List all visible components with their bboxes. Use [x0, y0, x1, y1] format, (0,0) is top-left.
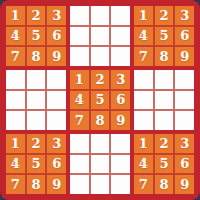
cell-r5-c3[interactable] [47, 91, 66, 110]
cell-r2-c4[interactable] [70, 27, 89, 46]
cell-r8-c9[interactable]: 6 [175, 155, 194, 174]
block-r1-c2 [70, 6, 130, 66]
sudoku-board: 1234567891234567891234567891234567891234… [0, 0, 200, 200]
cell-r9-c8[interactable]: 8 [155, 175, 174, 194]
cell-r4-c4[interactable]: 1 [70, 70, 89, 89]
cell-r6-c5[interactable]: 8 [91, 111, 110, 130]
cell-r2-c5[interactable] [91, 27, 110, 46]
block-r2-c3 [134, 70, 194, 130]
cell-r7-c5[interactable] [91, 134, 110, 153]
cell-r4-c1[interactable] [6, 70, 25, 89]
cell-r7-c1[interactable]: 1 [6, 134, 25, 153]
sudoku-blocks: 1234567891234567891234567891234567891234… [6, 6, 194, 194]
cell-r8-c2[interactable]: 5 [27, 155, 46, 174]
cell-r3-c4[interactable] [70, 47, 89, 66]
block-r3-c1: 123456789 [6, 134, 66, 194]
cell-r4-c8[interactable] [155, 70, 174, 89]
cell-r7-c2[interactable]: 2 [27, 134, 46, 153]
cell-r7-c3[interactable]: 3 [47, 134, 66, 153]
cell-r1-c8[interactable]: 2 [155, 6, 174, 25]
block-r2-c2: 123456789 [70, 70, 130, 130]
cell-r4-c9[interactable] [175, 70, 194, 89]
cell-r5-c7[interactable] [134, 91, 153, 110]
cell-r9-c3[interactable]: 9 [47, 175, 66, 194]
cell-r4-c7[interactable] [134, 70, 153, 89]
cell-r4-c2[interactable] [27, 70, 46, 89]
cell-r5-c9[interactable] [175, 91, 194, 110]
cell-r4-c3[interactable] [47, 70, 66, 89]
cell-r2-c8[interactable]: 5 [155, 27, 174, 46]
cell-r9-c1[interactable]: 7 [6, 175, 25, 194]
cell-r6-c8[interactable] [155, 111, 174, 130]
cell-r6-c4[interactable]: 7 [70, 111, 89, 130]
cell-r2-c9[interactable]: 6 [175, 27, 194, 46]
cell-r1-c1[interactable]: 1 [6, 6, 25, 25]
cell-r7-c8[interactable]: 2 [155, 134, 174, 153]
cell-r6-c7[interactable] [134, 111, 153, 130]
cell-r7-c9[interactable]: 3 [175, 134, 194, 153]
cell-r8-c7[interactable]: 4 [134, 155, 153, 174]
cell-r6-c2[interactable] [27, 111, 46, 130]
cell-r3-c1[interactable]: 7 [6, 47, 25, 66]
cell-r8-c8[interactable]: 5 [155, 155, 174, 174]
cell-r2-c1[interactable]: 4 [6, 27, 25, 46]
cell-r8-c6[interactable] [111, 155, 130, 174]
cell-r3-c6[interactable] [111, 47, 130, 66]
cell-r8-c5[interactable] [91, 155, 110, 174]
cell-r7-c7[interactable]: 1 [134, 134, 153, 153]
cell-r9-c9[interactable]: 9 [175, 175, 194, 194]
cell-r6-c3[interactable] [47, 111, 66, 130]
cell-r1-c2[interactable]: 2 [27, 6, 46, 25]
cell-r6-c6[interactable]: 9 [111, 111, 130, 130]
cell-r8-c4[interactable] [70, 155, 89, 174]
cell-r1-c7[interactable]: 1 [134, 6, 153, 25]
cell-r9-c7[interactable]: 7 [134, 175, 153, 194]
cell-r1-c6[interactable] [111, 6, 130, 25]
cell-r4-c6[interactable]: 3 [111, 70, 130, 89]
cell-r9-c2[interactable]: 8 [27, 175, 46, 194]
cell-r1-c9[interactable]: 3 [175, 6, 194, 25]
block-r1-c3: 123456789 [134, 6, 194, 66]
cell-r1-c4[interactable] [70, 6, 89, 25]
cell-r5-c1[interactable] [6, 91, 25, 110]
cell-r3-c9[interactable]: 9 [175, 47, 194, 66]
cell-r7-c6[interactable] [111, 134, 130, 153]
cell-r2-c2[interactable]: 5 [27, 27, 46, 46]
cell-r9-c5[interactable] [91, 175, 110, 194]
cell-r5-c2[interactable] [27, 91, 46, 110]
cell-r5-c6[interactable]: 6 [111, 91, 130, 110]
cell-r3-c2[interactable]: 8 [27, 47, 46, 66]
block-r3-c3: 123456789 [134, 134, 194, 194]
block-r2-c1 [6, 70, 66, 130]
cell-r1-c5[interactable] [91, 6, 110, 25]
block-r3-c2 [70, 134, 130, 194]
block-r1-c1: 123456789 [6, 6, 66, 66]
cell-r6-c9[interactable] [175, 111, 194, 130]
cell-r6-c1[interactable] [6, 111, 25, 130]
cell-r8-c1[interactable]: 4 [6, 155, 25, 174]
cell-r3-c7[interactable]: 7 [134, 47, 153, 66]
cell-r3-c8[interactable]: 8 [155, 47, 174, 66]
cell-r7-c4[interactable] [70, 134, 89, 153]
cell-r2-c6[interactable] [111, 27, 130, 46]
cell-r5-c4[interactable]: 4 [70, 91, 89, 110]
cell-r3-c3[interactable]: 9 [47, 47, 66, 66]
cell-r9-c4[interactable] [70, 175, 89, 194]
cell-r1-c3[interactable]: 3 [47, 6, 66, 25]
cell-r4-c5[interactable]: 2 [91, 70, 110, 89]
cell-r5-c8[interactable] [155, 91, 174, 110]
cell-r8-c3[interactable]: 6 [47, 155, 66, 174]
cell-r5-c5[interactable]: 5 [91, 91, 110, 110]
cell-r3-c5[interactable] [91, 47, 110, 66]
cell-r9-c6[interactable] [111, 175, 130, 194]
cell-r2-c3[interactable]: 6 [47, 27, 66, 46]
cell-r2-c7[interactable]: 4 [134, 27, 153, 46]
